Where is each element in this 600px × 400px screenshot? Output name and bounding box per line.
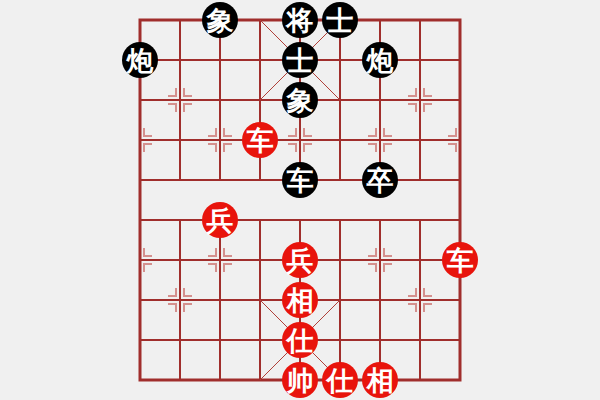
xiangqi-board[interactable]: 象将士炮士炮象车车卒兵兵车相仕帅仕相 (140, 20, 460, 380)
piece-red-advisor[interactable]: 仕 (322, 362, 358, 398)
piece-black-advisor[interactable]: 士 (282, 42, 318, 78)
piece-red-elephant[interactable]: 相 (362, 362, 398, 398)
piece-black-advisor[interactable]: 士 (322, 2, 358, 38)
piece-black-soldier[interactable]: 卒 (362, 162, 398, 198)
piece-red-rook[interactable]: 车 (442, 242, 478, 278)
piece-black-general[interactable]: 将 (282, 2, 318, 38)
piece-black-elephant[interactable]: 象 (202, 2, 238, 38)
xiangqi-screenshot: 象将士炮士炮象车车卒兵兵车相仕帅仕相 (0, 0, 600, 400)
piece-red-advisor[interactable]: 仕 (282, 322, 318, 358)
piece-red-general[interactable]: 帅 (282, 362, 318, 398)
piece-red-rook[interactable]: 车 (242, 122, 278, 158)
piece-black-rook[interactable]: 车 (282, 162, 318, 198)
piece-red-soldier[interactable]: 兵 (202, 202, 238, 238)
piece-black-cannon[interactable]: 炮 (122, 42, 158, 78)
piece-red-soldier[interactable]: 兵 (282, 242, 318, 278)
pieces-layer: 象将士炮士炮象车车卒兵兵车相仕帅仕相 (120, 0, 480, 400)
piece-black-cannon[interactable]: 炮 (362, 42, 398, 78)
piece-red-elephant[interactable]: 相 (282, 282, 318, 318)
piece-black-elephant[interactable]: 象 (282, 82, 318, 118)
